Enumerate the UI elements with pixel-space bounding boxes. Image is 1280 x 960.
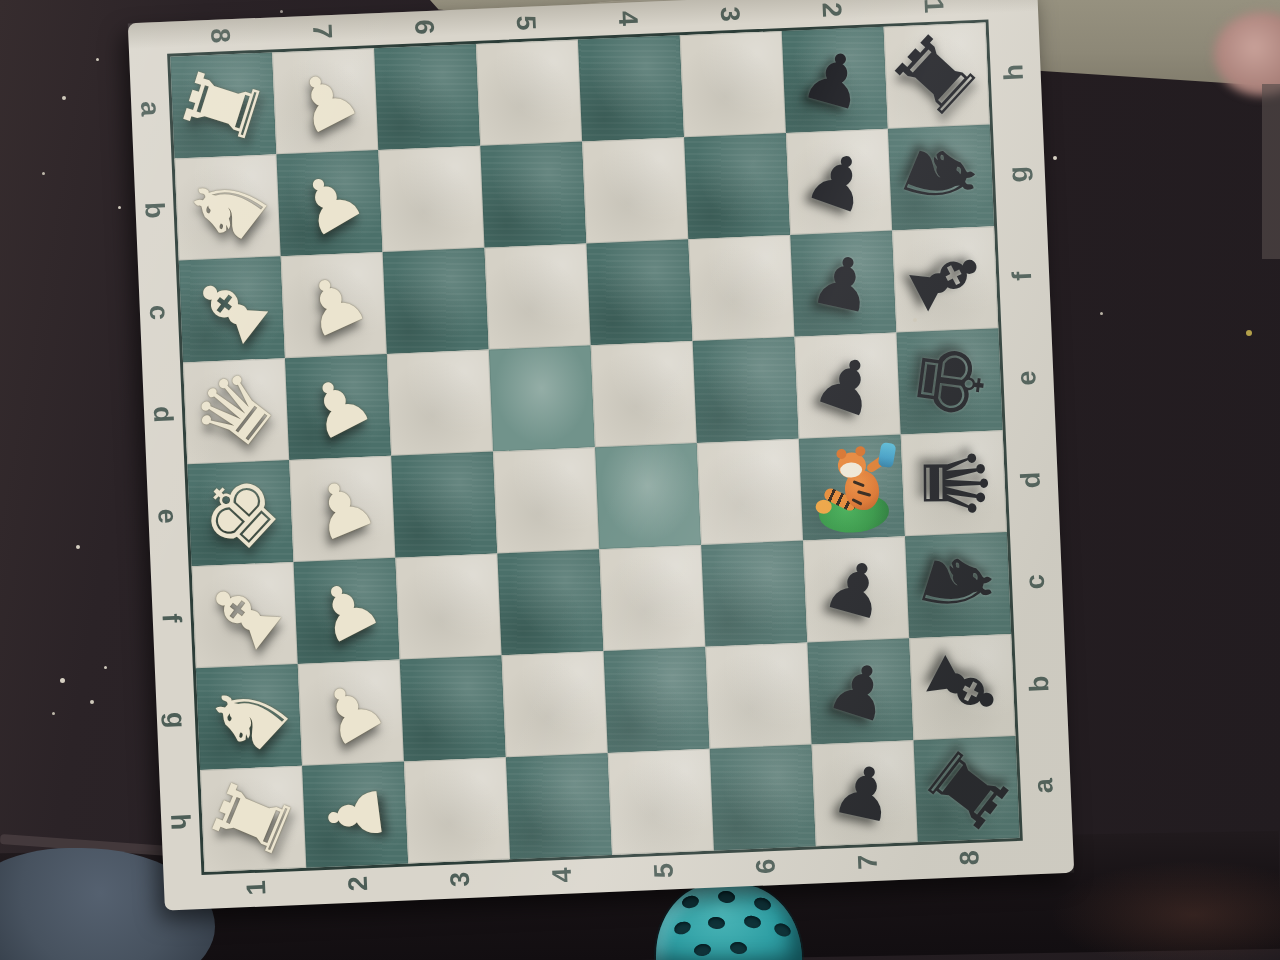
paint-speck [42, 172, 45, 175]
shoe-hole [693, 943, 712, 957]
coord-top-2: 2 [814, 0, 850, 62]
square-e2[interactable]: ♟ [289, 456, 395, 562]
coord-left-g: g [124, 699, 228, 741]
tiger-figurine[interactable] [799, 434, 905, 540]
coord-left-a: a [99, 87, 203, 129]
square-b6[interactable] [684, 133, 790, 239]
square-c7[interactable]: ♟ [790, 231, 896, 337]
square-c3[interactable] [383, 248, 489, 354]
square-f4[interactable] [497, 549, 603, 655]
shoe-hole [708, 916, 726, 929]
square-g3[interactable] [400, 655, 506, 761]
square-f5[interactable] [599, 545, 705, 651]
square-d2[interactable]: ♟ [285, 354, 391, 460]
paint-speck [1246, 330, 1252, 336]
square-c6[interactable] [688, 235, 794, 341]
square-e5[interactable] [595, 443, 701, 549]
coord-left-d: d [111, 393, 215, 435]
square-e3[interactable] [391, 452, 497, 558]
wall-sliver [1262, 84, 1280, 259]
coord-right-h: h [962, 45, 1066, 99]
coord-right-c: c [983, 555, 1087, 609]
coord-right-e: e [974, 351, 1078, 405]
coord-top-5: 5 [508, 0, 544, 74]
coord-right-a: a [992, 759, 1096, 813]
coord-left-e: e [116, 495, 220, 537]
square-d7[interactable]: ♟ [795, 333, 901, 439]
scene: 87654321 12345678 abcdefgh hgfedcba ♜♟♟♜… [0, 0, 1280, 960]
coord-top-7: 7 [304, 0, 340, 83]
square-g4[interactable] [502, 651, 608, 757]
chess-mat: 87654321 12345678 abcdefgh hgfedcba ♜♟♟♜… [128, 0, 1074, 911]
square-g6[interactable] [705, 643, 811, 749]
coord-bottom-8: 8 [950, 806, 988, 909]
square-e6[interactable] [697, 439, 803, 545]
paint-speck [96, 58, 99, 61]
square-e7[interactable] [799, 434, 905, 540]
square-b4[interactable] [480, 142, 586, 248]
coord-left-b: b [103, 189, 207, 231]
coord-bottom-1: 1 [237, 836, 275, 939]
coord-top-8: 8 [202, 0, 238, 87]
coord-bottom-5: 5 [645, 819, 683, 922]
paint-speck [118, 206, 121, 209]
square-g5[interactable] [604, 647, 710, 753]
square-d3[interactable] [387, 350, 493, 456]
square-c5[interactable] [586, 239, 692, 345]
coord-bottom-2: 2 [339, 832, 377, 935]
piece-black-pawn-d7[interactable]: ♟ [782, 320, 912, 450]
square-g2[interactable]: ♟ [298, 660, 404, 766]
paint-speck [62, 96, 66, 100]
square-f7[interactable]: ♟ [803, 536, 909, 642]
square-f3[interactable] [395, 553, 501, 659]
square-b2[interactable]: ♟ [276, 150, 382, 256]
shoe-hole [672, 919, 692, 936]
square-d4[interactable] [489, 345, 595, 451]
paint-speck [1053, 156, 1057, 160]
square-f6[interactable] [701, 541, 807, 647]
square-c4[interactable] [485, 243, 591, 349]
paint-speck [1100, 312, 1103, 315]
coord-right-b: b [987, 657, 1091, 711]
square-g7[interactable]: ♟ [807, 638, 913, 744]
square-d5[interactable] [591, 341, 697, 447]
board: ♜♟♟♜♞♟♟♞♝♟♟♝♛♟♟♚♚♟♛♝♟♟♞♞♟♟♝♜♟♟♜ [167, 19, 1023, 875]
coord-bottom-3: 3 [441, 828, 479, 931]
coord-top-6: 6 [406, 0, 442, 79]
shoe-hole [772, 921, 792, 939]
floor-smear [1050, 860, 1280, 960]
tiger-part-t-ear2 [855, 446, 865, 456]
coord-bottom-7: 7 [848, 811, 886, 914]
shoe-hole [717, 890, 735, 904]
paint-speck [60, 678, 65, 683]
shoe-hole [729, 941, 748, 955]
square-f2[interactable]: ♟ [294, 558, 400, 664]
paint-speck [76, 545, 80, 549]
paint-speck [104, 666, 107, 669]
coord-bottom-6: 6 [747, 815, 785, 918]
paint-speck [280, 10, 283, 13]
coord-left-h: h [129, 801, 233, 843]
coord-bottom-4: 4 [543, 823, 581, 926]
paint-speck [90, 700, 94, 704]
coord-top-4: 4 [610, 0, 646, 70]
paint-speck [913, 318, 917, 322]
square-c2[interactable]: ♟ [281, 252, 387, 358]
coord-right-f: f [970, 249, 1074, 303]
coord-top-3: 3 [712, 0, 748, 66]
tiger-part-t-item [878, 442, 897, 468]
shoe-hole [681, 894, 700, 910]
piece-black-pawn-f7[interactable]: ♟ [793, 527, 919, 653]
square-b7[interactable]: ♟ [786, 129, 892, 235]
square-e4[interactable] [493, 447, 599, 553]
coord-left-f: f [120, 597, 224, 639]
square-b3[interactable] [378, 146, 484, 252]
coord-right-d: d [979, 453, 1083, 507]
square-b5[interactable] [582, 137, 688, 243]
square-d6[interactable] [693, 337, 799, 443]
paint-speck [52, 712, 55, 715]
piece-black-pawn-c7[interactable]: ♟ [782, 223, 904, 345]
coord-top-1: 1 [916, 0, 952, 57]
coord-left-c: c [107, 291, 211, 333]
